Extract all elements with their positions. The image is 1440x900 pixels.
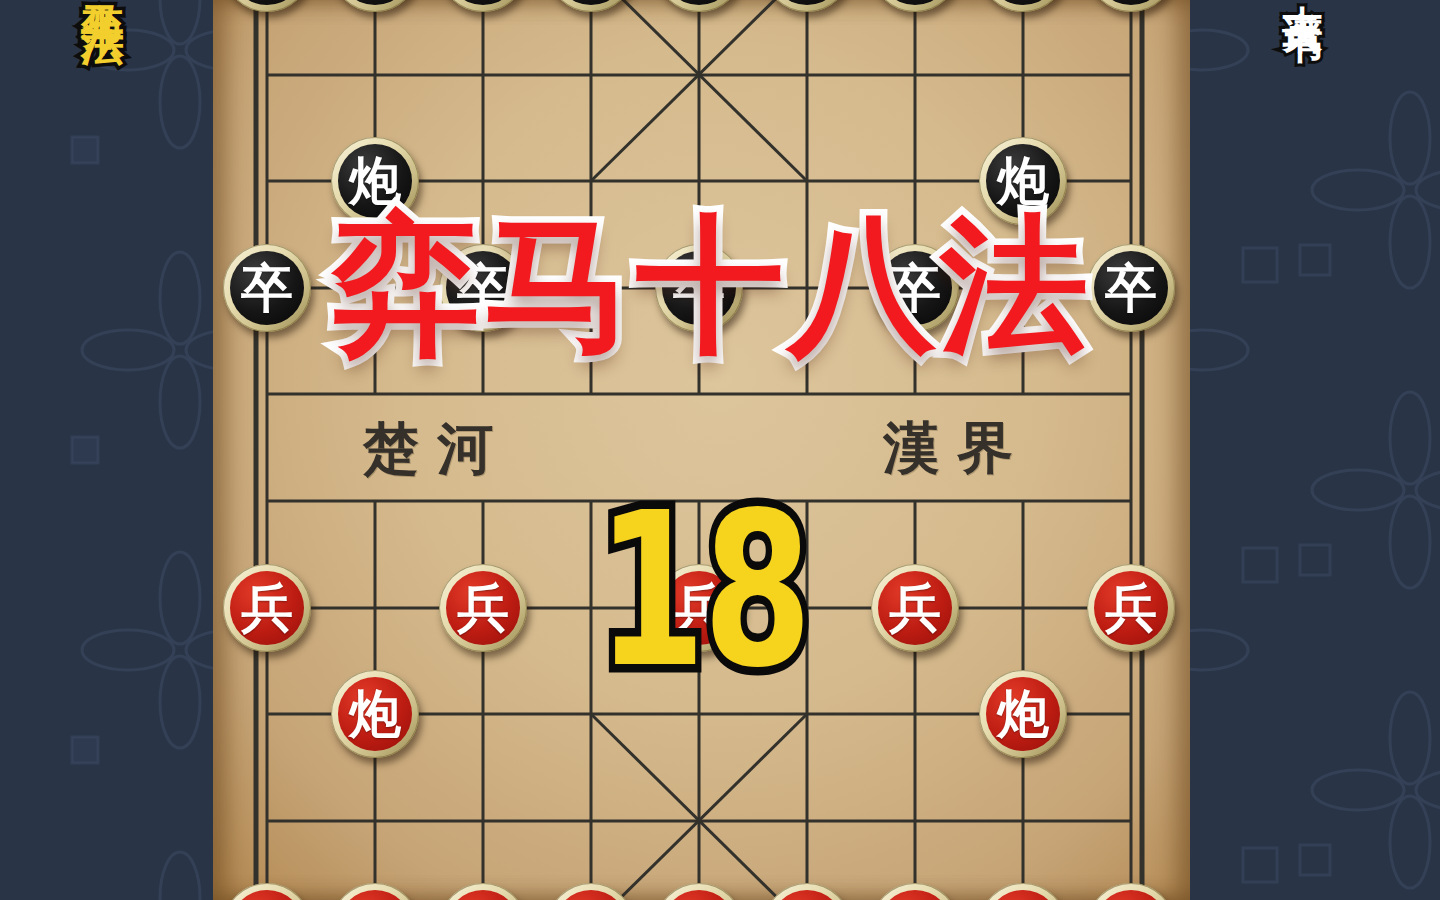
piece-red-cannon[interactable]: 炮 <box>331 670 419 758</box>
piece-black-pawn[interactable]: 卒 <box>1087 244 1175 332</box>
piece-glyph: 兵 <box>457 582 509 634</box>
piece-red-cannon[interactable]: 炮 <box>979 670 1067 758</box>
flower-pattern-right <box>1190 0 1440 900</box>
piece-face: 車 <box>230 890 304 900</box>
piece-face: 兵 <box>230 571 304 645</box>
piece-face: 車 <box>1094 890 1168 900</box>
piece-face: 仕 <box>554 890 628 900</box>
piece-face: 卒 <box>230 251 304 325</box>
piece-glyph: 炮 <box>349 688 401 740</box>
piece-face: 卒 <box>1094 251 1168 325</box>
lesson-number: 18 <box>597 485 809 697</box>
piece-glyph: 兵 <box>889 582 941 634</box>
piece-face: 仕 <box>770 890 844 900</box>
overlay-title: 弈马十八法 <box>332 187 1092 387</box>
piece-face: 帥 <box>662 890 736 900</box>
piece-glyph: 兵 <box>241 582 293 634</box>
piece-red-pawn[interactable]: 兵 <box>439 564 527 652</box>
piece-glyph: 炮 <box>997 688 1049 740</box>
flower-pattern-left <box>0 0 213 900</box>
piece-black-pawn[interactable]: 卒 <box>223 244 311 332</box>
piece-face: 馬 <box>338 890 412 900</box>
board-grid <box>213 0 1190 900</box>
piece-face: 馬 <box>986 890 1060 900</box>
piece-face: 兵 <box>446 571 520 645</box>
left-side-panel <box>0 0 213 900</box>
piece-red-pawn[interactable]: 兵 <box>1087 564 1175 652</box>
piece-face: 兵 <box>878 571 952 645</box>
video-frame: 楚河 漢界 車馬象士將士象馬車炮炮卒卒卒卒卒兵兵兵兵兵炮炮車馬相仕帥仕相馬車 弈… <box>0 0 1440 900</box>
piece-glyph: 卒 <box>241 262 293 314</box>
piece-red-pawn[interactable]: 兵 <box>871 564 959 652</box>
piece-red-pawn[interactable]: 兵 <box>223 564 311 652</box>
river-label-chu-he: 楚河 <box>363 412 511 488</box>
piece-face: 炮 <box>338 677 412 751</box>
piece-face: 相 <box>446 890 520 900</box>
river-label-han-jie: 漢界 <box>883 411 1031 487</box>
right-side-panel <box>1190 0 1440 900</box>
piece-face: 兵 <box>1094 571 1168 645</box>
piece-glyph: 卒 <box>1105 262 1157 314</box>
piece-glyph: 兵 <box>1105 582 1157 634</box>
xiangqi-board[interactable] <box>213 0 1190 900</box>
piece-face: 炮 <box>986 677 1060 751</box>
piece-face: 相 <box>878 890 952 900</box>
